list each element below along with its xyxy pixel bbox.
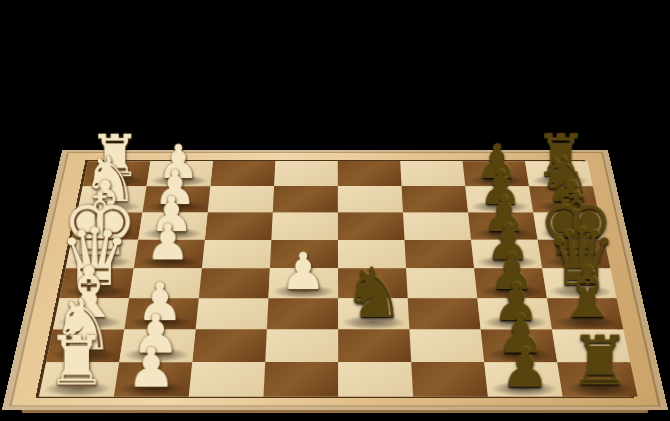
square-f6[interactable] (408, 298, 481, 329)
square-h2[interactable]: ♟ (114, 362, 192, 396)
square-f5[interactable]: ♞ (338, 298, 409, 329)
square-d3[interactable] (202, 240, 272, 269)
chess-photo-scene: ♜♟♟♜♞♟♟♞♝♟♟♝♚♟♟♚♛♟♟♛♝♟♞♟♝♞♟♟♜♟♟♜ (0, 0, 670, 421)
chess-board: ♜♟♟♜♞♟♟♞♝♟♟♝♚♟♟♚♛♟♟♛♝♟♞♟♝♞♟♟♜♟♟♜ (2, 150, 668, 409)
square-e6[interactable] (406, 268, 477, 298)
square-a5[interactable] (338, 161, 402, 186)
square-c3[interactable] (205, 212, 273, 239)
square-a3[interactable] (210, 161, 275, 186)
white-pawn-e4[interactable]: ♟ (280, 246, 326, 297)
square-f3[interactable] (196, 298, 269, 329)
black-bishop-f8[interactable]: ♝ (556, 257, 620, 328)
square-d2[interactable]: ♟ (134, 240, 205, 269)
square-h8[interactable]: ♜ (557, 362, 637, 396)
square-b5[interactable] (338, 186, 403, 212)
square-c6[interactable] (403, 212, 471, 239)
square-h4[interactable] (263, 362, 338, 396)
square-g4[interactable] (265, 329, 338, 362)
square-b4[interactable] (273, 186, 338, 212)
square-h3[interactable] (189, 362, 266, 396)
square-h5[interactable] (338, 362, 413, 396)
chess-board-grid: ♜♟♟♜♞♟♟♞♝♟♟♝♚♟♟♚♛♟♟♛♝♟♞♟♝♞♟♟♜♟♟♜ (35, 160, 634, 398)
square-e4[interactable]: ♟ (268, 268, 338, 298)
square-b3[interactable] (208, 186, 274, 212)
square-c4[interactable] (271, 212, 338, 239)
white-pawn-h2[interactable]: ♟ (127, 341, 176, 396)
square-b6[interactable] (402, 186, 469, 212)
black-knight-f5[interactable]: ♞ (343, 259, 405, 328)
square-h6[interactable] (411, 362, 488, 396)
square-e3[interactable] (199, 268, 270, 298)
square-a4[interactable] (274, 161, 338, 186)
square-g5[interactable] (338, 329, 411, 362)
board-wooden-frame: ♜♟♟♜♞♟♟♞♝♟♟♝♚♟♟♚♛♟♟♛♝♟♞♟♝♞♟♟♜♟♟♜ (2, 150, 668, 409)
square-a6[interactable] (400, 161, 465, 186)
square-c5[interactable] (338, 212, 405, 239)
black-pawn-h7[interactable]: ♟ (501, 341, 550, 396)
square-h7[interactable]: ♟ (484, 362, 563, 396)
square-h1[interactable]: ♜ (39, 362, 119, 396)
white-rook-h1[interactable]: ♜ (46, 327, 107, 395)
white-pawn-d2[interactable]: ♟ (146, 217, 191, 267)
square-g3[interactable] (192, 329, 267, 362)
square-d6[interactable] (405, 240, 475, 269)
black-rook-h8[interactable]: ♜ (569, 327, 630, 395)
square-g6[interactable] (409, 329, 484, 362)
square-f4[interactable] (267, 298, 338, 329)
